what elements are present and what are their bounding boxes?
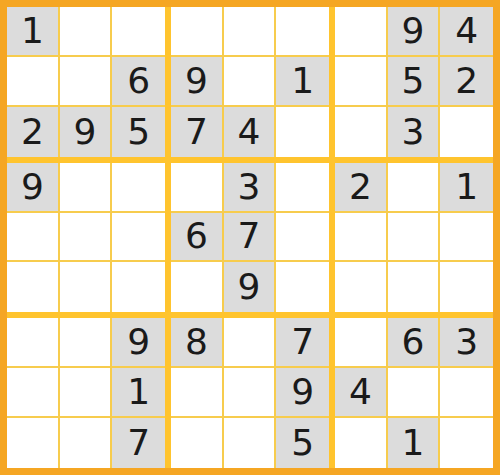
cell-r8c5[interactable] [224, 368, 277, 418]
cell-r3c9[interactable] [440, 107, 493, 157]
cell-r6c1[interactable] [7, 262, 60, 312]
cell-r1c6[interactable] [276, 7, 329, 57]
cell-r4c8[interactable] [388, 163, 441, 213]
cell-r9c4[interactable] [171, 418, 224, 468]
cell-r4c7: 2 [335, 163, 388, 213]
cell-r9c1[interactable] [7, 418, 60, 468]
cell-r5c6[interactable] [276, 213, 329, 263]
cell-r7c6: 7 [276, 318, 329, 368]
cell-r9c2[interactable] [60, 418, 113, 468]
cell-r4c5: 3 [224, 163, 277, 213]
cell-r2c2[interactable] [60, 57, 113, 107]
cell-r2c1[interactable] [7, 57, 60, 107]
cell-r2c6: 1 [276, 57, 329, 107]
cell-r2c8: 5 [388, 57, 441, 107]
cell-r2c3: 6 [112, 57, 165, 107]
cell-r6c4[interactable] [171, 262, 224, 312]
cell-r5c5: 7 [224, 213, 277, 263]
cell-r6c7[interactable] [335, 262, 388, 312]
cell-r9c8: 1 [388, 418, 441, 468]
cell-r7c9: 3 [440, 318, 493, 368]
cell-r8c1[interactable] [7, 368, 60, 418]
cell-r8c2[interactable] [60, 368, 113, 418]
cell-r9c7[interactable] [335, 418, 388, 468]
cell-r3c4: 7 [171, 107, 224, 157]
cell-r8c6: 9 [276, 368, 329, 418]
cell-r4c6[interactable] [276, 163, 329, 213]
cell-r3c3: 5 [112, 107, 165, 157]
cell-r8c3: 1 [112, 368, 165, 418]
cell-r1c7[interactable] [335, 7, 388, 57]
cell-r5c8[interactable] [388, 213, 441, 263]
cell-r1c3[interactable] [112, 7, 165, 57]
cell-r2c7[interactable] [335, 57, 388, 107]
cell-r3c6[interactable] [276, 107, 329, 157]
cell-r4c3[interactable] [112, 163, 165, 213]
cell-r8c8[interactable] [388, 368, 441, 418]
cell-r7c3: 9 [112, 318, 165, 368]
cell-r5c1[interactable] [7, 213, 60, 263]
cell-r6c5: 9 [224, 262, 277, 312]
cell-r9c9[interactable] [440, 418, 493, 468]
cell-r7c1[interactable] [7, 318, 60, 368]
cell-r5c3[interactable] [112, 213, 165, 263]
cell-r2c5[interactable] [224, 57, 277, 107]
cell-r6c9[interactable] [440, 262, 493, 312]
cell-r5c9[interactable] [440, 213, 493, 263]
cell-r3c2: 9 [60, 107, 113, 157]
cell-r5c4: 6 [171, 213, 224, 263]
cell-r7c7[interactable] [335, 318, 388, 368]
cell-r1c1: 1 [7, 7, 60, 57]
cell-r6c2[interactable] [60, 262, 113, 312]
cell-r5c7[interactable] [335, 213, 388, 263]
cell-r1c8: 9 [388, 7, 441, 57]
cell-r2c4: 9 [171, 57, 224, 107]
cell-r9c6: 5 [276, 418, 329, 468]
cell-r6c8[interactable] [388, 262, 441, 312]
cell-r9c3: 7 [112, 418, 165, 468]
cell-r8c7: 4 [335, 368, 388, 418]
cell-r7c5[interactable] [224, 318, 277, 368]
cell-r7c4: 8 [171, 318, 224, 368]
cell-r2c9: 2 [440, 57, 493, 107]
cell-r3c5: 4 [224, 107, 277, 157]
cell-r7c8: 6 [388, 318, 441, 368]
cell-r1c4[interactable] [171, 7, 224, 57]
cell-r1c2[interactable] [60, 7, 113, 57]
cell-r8c4[interactable] [171, 368, 224, 418]
cell-r9c5[interactable] [224, 418, 277, 468]
cell-r4c9: 1 [440, 163, 493, 213]
cell-r6c6[interactable] [276, 262, 329, 312]
cell-r8c9[interactable] [440, 368, 493, 418]
cell-r4c1: 9 [7, 163, 60, 213]
cell-r6c3[interactable] [112, 262, 165, 312]
sudoku-board: 19469152295743932167998763194751 [0, 0, 500, 475]
cell-r1c5[interactable] [224, 7, 277, 57]
cell-r3c8: 3 [388, 107, 441, 157]
cell-r3c7[interactable] [335, 107, 388, 157]
cell-r1c9: 4 [440, 7, 493, 57]
cell-r7c2[interactable] [60, 318, 113, 368]
cell-r4c2[interactable] [60, 163, 113, 213]
cell-r4c4[interactable] [171, 163, 224, 213]
cell-r5c2[interactable] [60, 213, 113, 263]
cell-r3c1: 2 [7, 107, 60, 157]
